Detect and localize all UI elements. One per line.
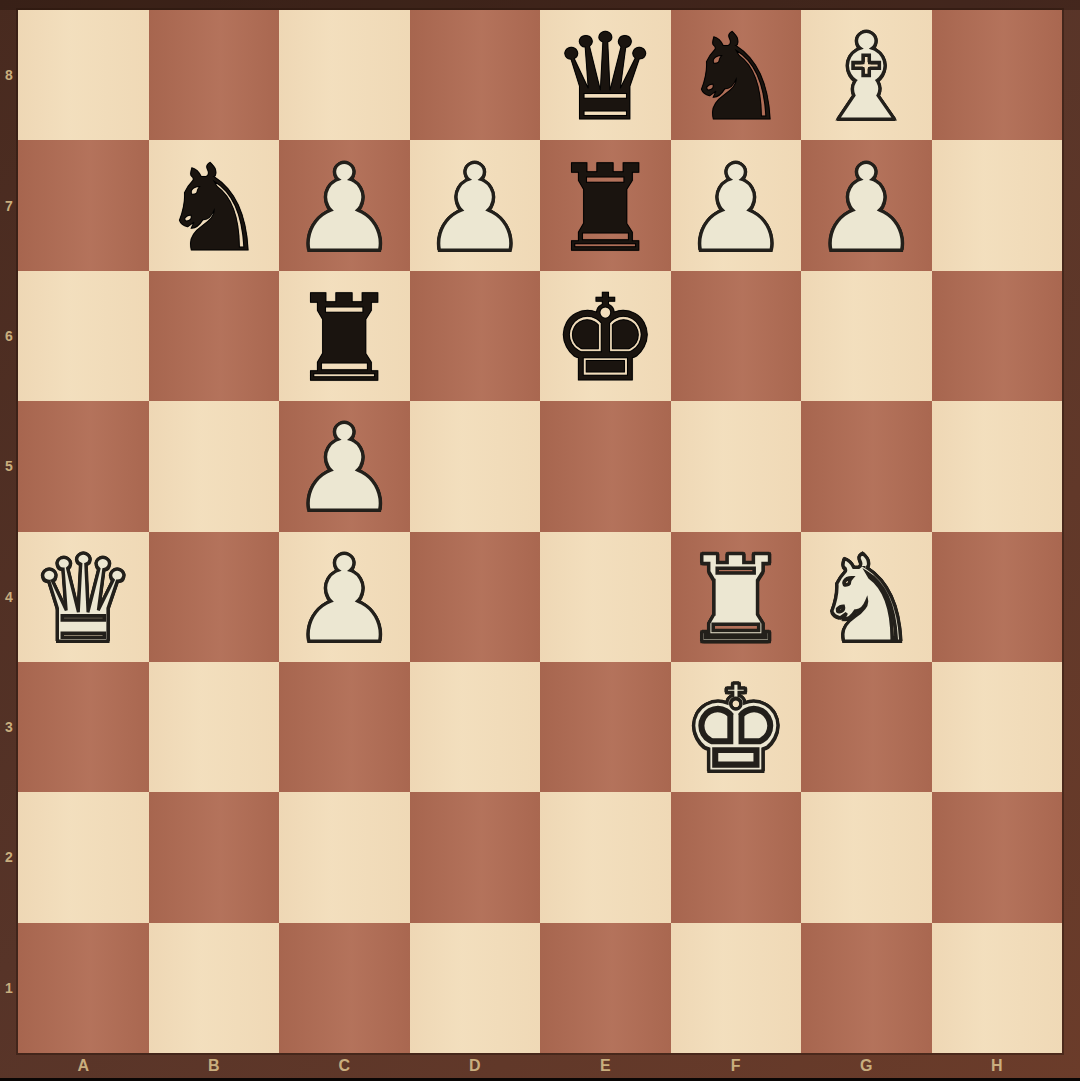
square-a8[interactable] bbox=[18, 10, 149, 140]
white-pawn[interactable]: ♟ bbox=[421, 149, 529, 269]
square-g7[interactable]: ♟ bbox=[801, 140, 932, 270]
square-c7[interactable]: ♟ bbox=[279, 140, 410, 270]
square-g4[interactable]: ♞ bbox=[801, 532, 932, 662]
square-f4[interactable]: ♜ bbox=[671, 532, 802, 662]
square-b5[interactable] bbox=[149, 401, 280, 531]
white-king[interactable]: ♚ bbox=[682, 670, 790, 790]
square-d1[interactable] bbox=[410, 923, 541, 1053]
file-label-b: B bbox=[149, 1053, 280, 1078]
square-e1[interactable] bbox=[540, 923, 671, 1053]
square-g8[interactable]: ♝ bbox=[801, 10, 932, 140]
file-label-d: D bbox=[410, 1053, 541, 1078]
square-e6[interactable]: ♚ bbox=[540, 271, 671, 401]
square-c2[interactable] bbox=[279, 792, 410, 922]
square-a6[interactable] bbox=[18, 271, 149, 401]
white-queen[interactable]: ♛ bbox=[29, 540, 137, 660]
square-e7[interactable]: ♜ bbox=[540, 140, 671, 270]
square-f7[interactable]: ♟ bbox=[671, 140, 802, 270]
square-b2[interactable] bbox=[149, 792, 280, 922]
rank-label-3: 3 bbox=[0, 662, 18, 792]
square-d3[interactable] bbox=[410, 662, 541, 792]
file-label-g: G bbox=[801, 1053, 932, 1078]
square-c6[interactable]: ♜ bbox=[279, 271, 410, 401]
square-e2[interactable] bbox=[540, 792, 671, 922]
square-a3[interactable] bbox=[18, 662, 149, 792]
file-labels: ABCDEFGH bbox=[18, 1053, 1062, 1078]
rank-label-4: 4 bbox=[0, 532, 18, 662]
black-rook[interactable]: ♜ bbox=[551, 149, 659, 269]
black-queen[interactable]: ♛ bbox=[551, 18, 659, 138]
square-c4[interactable]: ♟ bbox=[279, 532, 410, 662]
square-c5[interactable]: ♟ bbox=[279, 401, 410, 531]
white-bishop[interactable]: ♝ bbox=[812, 18, 920, 138]
rank-label-1: 1 bbox=[0, 923, 18, 1053]
square-g5[interactable] bbox=[801, 401, 932, 531]
white-rook[interactable]: ♜ bbox=[682, 540, 790, 660]
square-e8[interactable]: ♛ bbox=[540, 10, 671, 140]
square-b4[interactable] bbox=[149, 532, 280, 662]
square-g1[interactable] bbox=[801, 923, 932, 1053]
square-e3[interactable] bbox=[540, 662, 671, 792]
square-h8[interactable] bbox=[932, 10, 1063, 140]
square-h1[interactable] bbox=[932, 923, 1063, 1053]
file-label-c: C bbox=[279, 1053, 410, 1078]
square-d5[interactable] bbox=[410, 401, 541, 531]
black-rook[interactable]: ♜ bbox=[290, 279, 398, 399]
square-c1[interactable] bbox=[279, 923, 410, 1053]
white-pawn[interactable]: ♟ bbox=[812, 149, 920, 269]
square-a5[interactable] bbox=[18, 401, 149, 531]
square-b6[interactable] bbox=[149, 271, 280, 401]
file-label-e: E bbox=[540, 1053, 671, 1078]
square-h5[interactable] bbox=[932, 401, 1063, 531]
square-g2[interactable] bbox=[801, 792, 932, 922]
file-label-f: F bbox=[671, 1053, 802, 1078]
rank-label-5: 5 bbox=[0, 401, 18, 531]
white-pawn[interactable]: ♟ bbox=[682, 149, 790, 269]
white-pawn[interactable]: ♟ bbox=[290, 149, 398, 269]
square-d8[interactable] bbox=[410, 10, 541, 140]
square-d7[interactable]: ♟ bbox=[410, 140, 541, 270]
square-f3[interactable]: ♚ bbox=[671, 662, 802, 792]
file-label-a: A bbox=[18, 1053, 149, 1078]
square-e5[interactable] bbox=[540, 401, 671, 531]
square-f6[interactable] bbox=[671, 271, 802, 401]
square-c3[interactable] bbox=[279, 662, 410, 792]
black-knight[interactable]: ♞ bbox=[682, 18, 790, 138]
file-label-h: H bbox=[932, 1053, 1063, 1078]
white-pawn[interactable]: ♟ bbox=[290, 540, 398, 660]
rank-label-2: 2 bbox=[0, 792, 18, 922]
rank-label-8: 8 bbox=[0, 10, 18, 140]
square-b3[interactable] bbox=[149, 662, 280, 792]
square-d4[interactable] bbox=[410, 532, 541, 662]
square-e4[interactable] bbox=[540, 532, 671, 662]
square-f5[interactable] bbox=[671, 401, 802, 531]
square-c8[interactable] bbox=[279, 10, 410, 140]
square-h7[interactable] bbox=[932, 140, 1063, 270]
square-a7[interactable] bbox=[18, 140, 149, 270]
square-a4[interactable]: ♛ bbox=[18, 532, 149, 662]
rank-label-7: 7 bbox=[0, 140, 18, 270]
square-f1[interactable] bbox=[671, 923, 802, 1053]
white-pawn[interactable]: ♟ bbox=[290, 409, 398, 529]
rank-labels: 87654321 bbox=[0, 10, 18, 1053]
square-h4[interactable] bbox=[932, 532, 1063, 662]
rank-label-6: 6 bbox=[0, 271, 18, 401]
square-g3[interactable] bbox=[801, 662, 932, 792]
chess-board: ♛♞♝♞♟♟♜♟♟♜♚♟♛♟♜♞♚ bbox=[18, 10, 1062, 1053]
square-d2[interactable] bbox=[410, 792, 541, 922]
square-a2[interactable] bbox=[18, 792, 149, 922]
square-f8[interactable]: ♞ bbox=[671, 10, 802, 140]
black-king[interactable]: ♚ bbox=[551, 279, 659, 399]
square-a1[interactable] bbox=[18, 923, 149, 1053]
chess-board-frame: ♛♞♝♞♟♟♜♟♟♜♚♟♛♟♜♞♚ 87654321 ABCDEFGH bbox=[0, 0, 1080, 1081]
black-knight[interactable]: ♞ bbox=[160, 149, 268, 269]
square-b8[interactable] bbox=[149, 10, 280, 140]
square-b7[interactable]: ♞ bbox=[149, 140, 280, 270]
square-h6[interactable] bbox=[932, 271, 1063, 401]
square-g6[interactable] bbox=[801, 271, 932, 401]
square-d6[interactable] bbox=[410, 271, 541, 401]
square-b1[interactable] bbox=[149, 923, 280, 1053]
square-f2[interactable] bbox=[671, 792, 802, 922]
square-h3[interactable] bbox=[932, 662, 1063, 792]
square-h2[interactable] bbox=[932, 792, 1063, 922]
white-knight[interactable]: ♞ bbox=[812, 540, 920, 660]
